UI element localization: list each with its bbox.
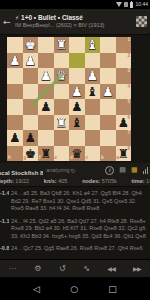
board-tab-icon[interactable]: ▤ bbox=[119, 164, 126, 176]
square-b6[interactable] bbox=[100, 115, 116, 131]
piece-white-B: ♝ bbox=[85, 37, 101, 53]
stat-nodes: nodes: 5705k bbox=[82, 177, 117, 185]
square-e4[interactable] bbox=[54, 84, 70, 100]
nav-back-icon[interactable]: ◁ bbox=[33, 284, 40, 294]
square-c7[interactable] bbox=[85, 130, 101, 146]
rank-label-2: 2 bbox=[127, 54, 130, 59]
square-e8[interactable]: e bbox=[54, 146, 70, 162]
square-f8[interactable]: ♜f bbox=[38, 146, 54, 162]
file-label-h: h bbox=[8, 156, 11, 161]
board-thumbnail-icon[interactable] bbox=[136, 16, 147, 27]
square-a3[interactable]: 3 bbox=[116, 68, 132, 84]
game-header: ← ⚡ 1+0 • Bullet • Classé IM BeepBeepI..… bbox=[0, 9, 150, 35]
square-g7[interactable]: ♟ bbox=[23, 130, 39, 146]
piece-white-P: ♟ bbox=[7, 53, 23, 69]
nav-home-icon[interactable]: ○ bbox=[70, 284, 78, 294]
square-a2[interactable]: 2 bbox=[116, 53, 132, 69]
square-f3[interactable]: ♟ bbox=[38, 68, 54, 84]
game-title: ⚡ 1+0 • Bullet • Classé bbox=[15, 14, 134, 22]
square-a7[interactable]: 7 bbox=[116, 130, 132, 146]
square-f5[interactable]: ♟ bbox=[38, 99, 54, 115]
file-label-g: g bbox=[24, 156, 27, 161]
square-c2[interactable] bbox=[85, 53, 101, 69]
square-b8[interactable]: b bbox=[100, 146, 116, 162]
wifi-icon bbox=[116, 2, 122, 7]
square-a1[interactable]: 1 bbox=[116, 37, 132, 53]
engine-name-clip: Local Stockfish 8 bbox=[0, 163, 43, 177]
square-f2[interactable] bbox=[38, 53, 54, 69]
square-d8[interactable]: ♛d bbox=[69, 146, 85, 162]
square-d2[interactable] bbox=[69, 53, 85, 69]
square-g3[interactable] bbox=[23, 68, 39, 84]
square-h5[interactable] bbox=[7, 99, 23, 115]
engine-bar: Local Stockfish 8 analyzing ↻ i ▤ ▦ bbox=[0, 163, 150, 177]
analysis-controls-bar: ··· ⚙ ↺ ↔ ◀◀ ▶▶ bbox=[0, 259, 150, 277]
piece-black-B: ♝ bbox=[69, 115, 85, 131]
square-f6[interactable] bbox=[38, 115, 54, 131]
flip-board-icon[interactable]: ↺ bbox=[59, 261, 66, 277]
square-d3[interactable] bbox=[69, 68, 85, 84]
square-b4[interactable]: ♟ bbox=[100, 84, 116, 100]
square-g6[interactable] bbox=[23, 115, 39, 131]
piece-white-R: ♜ bbox=[54, 115, 70, 131]
square-g5[interactable] bbox=[23, 99, 39, 115]
square-c3[interactable]: ♟ bbox=[85, 68, 101, 84]
android-status-bar: 10:44 bbox=[0, 0, 150, 9]
square-f1[interactable] bbox=[38, 37, 54, 53]
piece-white-P: ♟ bbox=[69, 84, 85, 100]
piece-white-P: ♟ bbox=[38, 68, 54, 84]
piece-white-R: ♜ bbox=[54, 37, 70, 53]
expand-icon[interactable]: ↔ bbox=[78, 260, 94, 276]
fast-backward-icon[interactable]: ◀◀ bbox=[107, 261, 115, 277]
clock-time: 10:44 bbox=[135, 0, 148, 9]
menu-icon[interactable]: ··· bbox=[9, 261, 17, 277]
square-h3[interactable] bbox=[7, 68, 23, 84]
rank-label-8: 8 bbox=[127, 147, 130, 152]
moves-1[interactable]: 24... a5 25. Ba3 Qb8 26. Kh1 a4 27. Qg5 … bbox=[11, 190, 150, 213]
rank-label-6: 6 bbox=[127, 116, 130, 121]
square-a8[interactable]: ♜8a bbox=[116, 146, 132, 162]
piece-black-P: ♟ bbox=[7, 130, 23, 146]
stat-depth: depth: 19/22 bbox=[0, 177, 29, 185]
eval-2: -1.1 bbox=[0, 218, 9, 241]
engine-tabs: i ▤ ▦ bbox=[105, 164, 148, 176]
file-label-e: e bbox=[55, 156, 58, 161]
square-c4[interactable]: ♝ bbox=[85, 84, 101, 100]
file-label-a: a bbox=[117, 156, 120, 161]
bullet-icon: ⚡ bbox=[15, 14, 19, 21]
square-g8[interactable]: ♚g bbox=[23, 146, 39, 162]
settings-gear-icon[interactable]: ⚙ bbox=[34, 261, 41, 277]
piece-black-P: ♟ bbox=[23, 130, 39, 146]
moves-2[interactable]: 24... f4 25. Qd2 a5 26. Ba3 Qd7 27. h4 R… bbox=[11, 218, 150, 241]
square-b1[interactable] bbox=[100, 37, 116, 53]
analysis-lines: -1.4 24... a5 25. Ba3 Qb8 26. Kh1 a4 27.… bbox=[0, 187, 150, 253]
chess-board: ♚♜♝1♟♟2♟♛♟3♟♝♟4♟♟5♜♝♟6♟♟7h♚g♜fe♛dcb♜8a bbox=[7, 37, 131, 161]
square-h6[interactable] bbox=[7, 115, 23, 131]
square-b7[interactable] bbox=[100, 130, 116, 146]
square-d7[interactable] bbox=[69, 130, 85, 146]
square-h7[interactable]: ♟ bbox=[7, 130, 23, 146]
piece-white-Q: ♛ bbox=[54, 68, 70, 84]
rank-label-3: 3 bbox=[127, 69, 130, 74]
square-a6[interactable]: ♟6 bbox=[116, 115, 132, 131]
engine-stats-row: depth: 19/22 kn/s: 405 nodes: 5705k time… bbox=[0, 177, 150, 187]
square-e3[interactable]: ♛ bbox=[54, 68, 70, 84]
rank-label-5: 5 bbox=[127, 100, 130, 105]
square-b2[interactable] bbox=[100, 53, 116, 69]
analysis-line-2[interactable]: -1.1 24... f4 25. Qd2 a5 26. Ba3 Qd7 27.… bbox=[0, 218, 150, 241]
square-e2[interactable] bbox=[54, 53, 70, 69]
engine-status: analyzing bbox=[46, 167, 69, 173]
engine-tab-icon[interactable]: ▦ bbox=[131, 164, 138, 176]
chart-tab-icon[interactable] bbox=[143, 167, 149, 174]
square-e6[interactable]: ♜ bbox=[54, 115, 70, 131]
piece-white-P: ♟ bbox=[85, 68, 101, 84]
stat-time: time: 14s bbox=[131, 177, 150, 185]
square-g4[interactable] bbox=[23, 84, 39, 100]
game-title-text: 1+0 • Bullet • Classé bbox=[21, 14, 83, 21]
analysis-line-1[interactable]: -1.4 24... a5 25. Ba3 Qb8 26. Kh1 a4 27.… bbox=[0, 190, 150, 213]
square-g1[interactable]: ♚ bbox=[23, 37, 39, 53]
square-f4[interactable] bbox=[38, 84, 54, 100]
lichess-analysis-screen: 10:44 ← ⚡ 1+0 • Bullet • Classé IM BeepB… bbox=[0, 0, 150, 300]
square-e5[interactable] bbox=[54, 99, 70, 115]
square-b5[interactable] bbox=[100, 99, 116, 115]
square-h2[interactable]: ♟ bbox=[7, 53, 23, 69]
square-c5[interactable] bbox=[85, 99, 101, 115]
square-d4[interactable]: ♟ bbox=[69, 84, 85, 100]
header-titles: ⚡ 1+0 • Bullet • Classé IM BeepBeepI... … bbox=[15, 14, 134, 29]
square-a4[interactable]: 4 bbox=[116, 84, 132, 100]
info-icon[interactable]: i bbox=[105, 166, 114, 175]
square-e7[interactable] bbox=[54, 130, 70, 146]
square-d1[interactable] bbox=[69, 37, 85, 53]
file-label-f: f bbox=[39, 156, 41, 161]
piece-black-P: ♟ bbox=[69, 99, 85, 115]
fast-forward-icon[interactable]: ▶▶ bbox=[133, 261, 141, 277]
rank-label-7: 7 bbox=[127, 131, 130, 136]
analysis-line-3[interactable]: -0.8 24... Qc7 25. Qg5 Rae8 26. Rxe8 Rxe… bbox=[0, 245, 150, 253]
square-c1[interactable]: ♝ bbox=[85, 37, 101, 53]
file-label-c: c bbox=[86, 156, 89, 161]
moves-3[interactable]: 24... Qc7 25. Qg5 Rae8 26. Rxe8 Rxe8 27.… bbox=[11, 245, 150, 253]
eval-3: -0.8 bbox=[0, 245, 9, 253]
players-line: IM BeepBeepI... (2602) × BIV (1913) bbox=[15, 22, 134, 29]
square-d6[interactable]: ♝ bbox=[69, 115, 85, 131]
piece-white-K: ♚ bbox=[23, 37, 39, 53]
battery-icon bbox=[130, 2, 134, 8]
rank-label-4: 4 bbox=[127, 85, 130, 90]
square-h8[interactable]: h bbox=[7, 146, 23, 162]
piece-black-P: ♟ bbox=[38, 99, 54, 115]
square-b3[interactable] bbox=[100, 68, 116, 84]
rank-label-1: 1 bbox=[127, 38, 130, 43]
back-arrow-icon[interactable]: ← bbox=[3, 9, 15, 35]
nav-recents-icon[interactable]: □ bbox=[108, 284, 117, 294]
square-a5[interactable]: 5 bbox=[116, 99, 132, 115]
piece-white-P: ♟ bbox=[23, 53, 39, 69]
square-h4[interactable] bbox=[7, 84, 23, 100]
file-label-b: b bbox=[101, 156, 104, 161]
piece-black-B: ♝ bbox=[85, 84, 101, 100]
square-e1[interactable]: ♜ bbox=[54, 37, 70, 53]
square-c8[interactable]: c bbox=[85, 146, 101, 162]
square-d5[interactable]: ♟ bbox=[69, 99, 85, 115]
square-g2[interactable]: ♟ bbox=[23, 53, 39, 69]
android-nav-bar: ◁ ○ □ bbox=[0, 277, 150, 300]
sd-card-icon bbox=[124, 2, 128, 7]
square-f7[interactable] bbox=[38, 130, 54, 146]
file-label-d: d bbox=[70, 156, 73, 161]
eval-1: -1.4 bbox=[0, 190, 9, 213]
piece-white-P: ♟ bbox=[100, 84, 116, 100]
square-c6[interactable] bbox=[85, 115, 101, 131]
spinner-icon: ↻ bbox=[71, 167, 76, 174]
board-grid: ♚♜♝1♟♟2♟♛♟3♟♝♟4♟♟5♜♝♟6♟♟7h♚g♜fe♛dcb♜8a bbox=[7, 37, 131, 161]
stat-knps: kn/s: 405 bbox=[44, 177, 68, 185]
square-h1[interactable] bbox=[7, 37, 23, 53]
engine-name: Local Stockfish 8 bbox=[0, 170, 43, 176]
